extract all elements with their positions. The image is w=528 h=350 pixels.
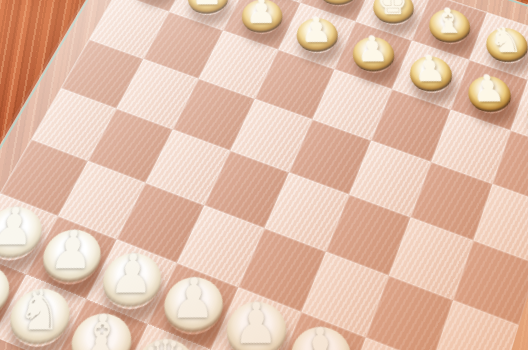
knight-glyph: ♞: [15, 283, 65, 339]
pawn-glyph: ♟: [363, 346, 411, 350]
queen-glyph: ♛: [140, 332, 188, 350]
photo-stage: ♜♞♝♛♚♝♞♜♟♟♟♟♟♟♟♟♟♟♟♟♟♟♟♟♜♞♝♛♚♝♞♜: [0, 0, 528, 350]
pawn-glyph: ♟: [170, 271, 216, 326]
glass-board-border: ♜♞♝♛♚♝♞♜♟♟♟♟♟♟♟♟♟♟♟♟♟♟♟♟♜♞♝♛♚♝♞♜: [0, 0, 528, 350]
bishop-glyph: ♝: [77, 307, 126, 350]
pawn-glyph: ♟: [109, 247, 156, 301]
pawn-glyph: ♟: [192, 0, 224, 9]
board-grid: ♜♞♝♛♚♝♞♜♟♟♟♟♟♟♟♟♟♟♟♟♟♟♟♟♜♞♝♛♚♝♞♜: [0, 0, 528, 350]
pawn-glyph: ♟: [471, 71, 507, 107]
pawn-glyph: ♟: [302, 13, 333, 47]
pawn-glyph: ♟: [0, 201, 38, 253]
pawn-glyph: ♟: [357, 32, 390, 67]
piece-base: [523, 91, 528, 141]
pawn-glyph: ♟: [48, 224, 96, 277]
knight-glyph: ♞: [489, 23, 524, 57]
bishop-glyph: ♝: [433, 4, 467, 38]
pawn-glyph: ♟: [247, 0, 278, 28]
pawn-glyph: ♟: [414, 51, 448, 86]
pawn-glyph: ♟: [234, 295, 279, 350]
chess-board: ♜♞♝♛♚♝♞♜♟♟♟♟♟♟♟♟♟♟♟♟♟♟♟♟♜♞♝♛♚♝♞♜: [0, 0, 528, 350]
pawn-glyph: ♟: [298, 320, 344, 350]
king-glyph: ♚: [377, 0, 409, 19]
